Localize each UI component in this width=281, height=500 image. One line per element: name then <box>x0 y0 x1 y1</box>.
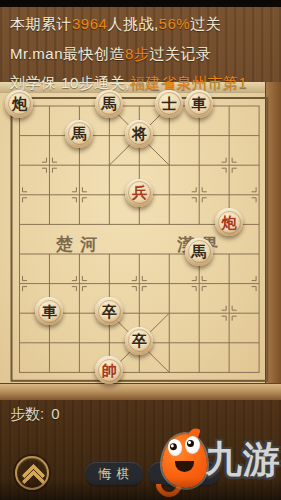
piece-red-cannon[interactable]: 炮 <box>215 208 243 236</box>
piece-black-horse[interactable]: 馬 <box>185 238 213 266</box>
xiangqi-app-screen: 本期累计3964人挑战,56%过关 Mr.man最快创造8步过关记录 刘学保 1… <box>0 0 281 500</box>
undo-move-label: 悔棋 <box>94 465 135 483</box>
stats-line-total: 本期累计3964人挑战,56%过关 <box>10 9 281 39</box>
piece-black-horse[interactable]: 馬 <box>95 90 123 118</box>
status-bar <box>0 0 281 7</box>
9game-logo-text: 九游 <box>205 427 281 495</box>
stats-line-record: Mr.man最快创造8步过关记录 <box>10 39 281 69</box>
xiangqi-board: 楚河 漢界 炮馬士車馬将兵炮馬車卒卒帥 <box>0 82 281 400</box>
piece-black-cannon[interactable]: 炮 <box>5 90 33 118</box>
piece-black-chariot[interactable]: 車 <box>35 297 63 325</box>
piece-black-general[interactable]: 将 <box>125 120 153 148</box>
piece-black-soldier[interactable]: 卒 <box>125 327 153 355</box>
piece-black-soldier[interactable]: 卒 <box>95 297 123 325</box>
step-counter: 步数:0 <box>10 405 60 424</box>
stats-text: 本期累计 <box>10 15 72 32</box>
stats-text: 刘学保 10步通关, <box>10 74 130 91</box>
9game-mascot-icon <box>159 427 205 493</box>
piece-black-horse[interactable]: 馬 <box>65 120 93 148</box>
piece-black-advisor[interactable]: 士 <box>155 90 183 118</box>
step-counter-value: 0 <box>51 405 59 422</box>
stats-text: 人挑战, <box>107 15 158 32</box>
stats-percent-highlight: 56% <box>159 15 191 32</box>
piece-black-chariot[interactable]: 車 <box>185 90 213 118</box>
stats-text: Mr.man最快创造 <box>10 45 125 62</box>
undo-move-button[interactable]: 悔棋 <box>85 462 143 485</box>
stats-count-highlight: 3964 <box>72 15 107 32</box>
stats-region-highlight: 福建省泉州市第1 <box>130 74 247 91</box>
piece-red-general[interactable]: 帥 <box>95 356 123 384</box>
challenge-stats-header: 本期累计3964人挑战,56%过关 Mr.man最快创造8步过关记录 刘学保 1… <box>0 7 281 98</box>
piece-red-soldier[interactable]: 兵 <box>125 179 153 207</box>
collapse-panel-button[interactable] <box>15 456 49 490</box>
stats-text: 过关 <box>190 15 221 32</box>
stats-steps-highlight: 8步 <box>125 45 149 62</box>
piece-layer: 炮馬士車馬将兵炮馬車卒卒帥 <box>5 91 274 387</box>
stats-text: 过关记录 <box>149 45 211 62</box>
step-counter-label: 步数: <box>10 405 44 422</box>
9game-watermark: 九游 <box>159 427 281 495</box>
